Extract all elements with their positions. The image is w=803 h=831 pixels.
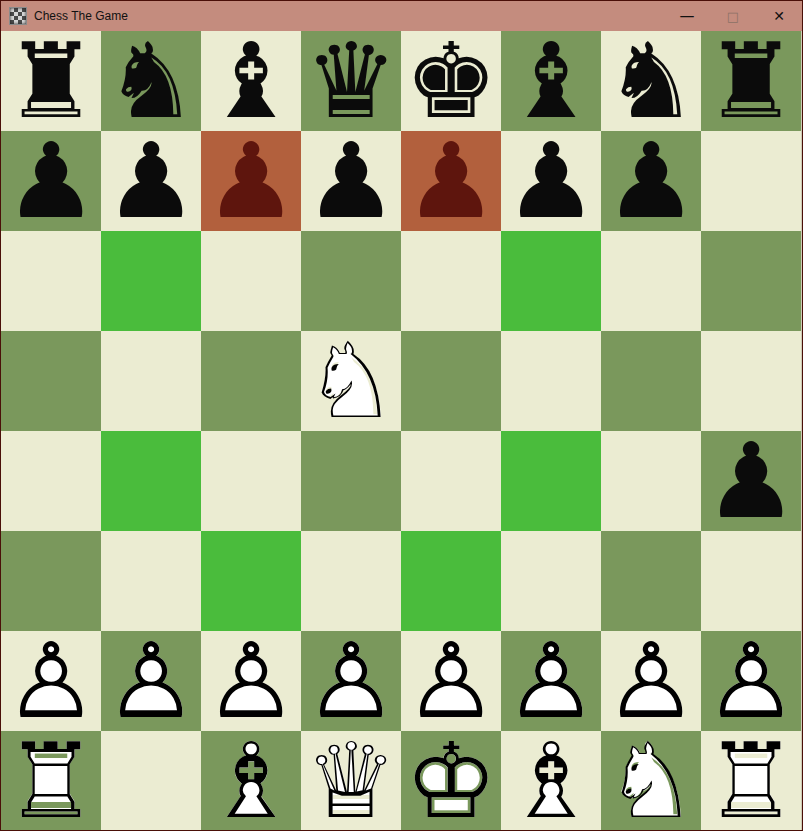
piece-black-pawn[interactable]: ♟: [601, 131, 701, 231]
piece-white-bishop[interactable]: ♝♗: [201, 731, 301, 830]
square-e1[interactable]: ♚♔: [401, 731, 501, 830]
square-c7[interactable]: ♟: [201, 131, 301, 231]
square-f5[interactable]: [501, 331, 601, 431]
piece-white-pawn[interactable]: ♟♙: [201, 631, 301, 731]
square-c5[interactable]: [201, 331, 301, 431]
rook-outline-glyph: ♖: [701, 731, 801, 830]
square-d1[interactable]: ♛♕: [301, 731, 401, 830]
square-d8[interactable]: ♛: [301, 31, 401, 131]
piece-black-pawn[interactable]: ♟: [101, 131, 201, 231]
square-d7[interactable]: ♟: [301, 131, 401, 231]
square-g1[interactable]: ♞♘: [601, 731, 701, 830]
title-bar[interactable]: Chess The Game — □ ✕: [1, 1, 802, 31]
square-f8[interactable]: ♝: [501, 31, 601, 131]
piece-black-queen[interactable]: ♛: [301, 31, 401, 131]
square-a6[interactable]: [1, 231, 101, 331]
square-c8[interactable]: ♝: [201, 31, 301, 131]
pawn-outline-glyph: ♙: [301, 631, 401, 731]
square-c4[interactable]: [201, 431, 301, 531]
piece-black-bishop[interactable]: ♝: [501, 31, 601, 131]
square-h3[interactable]: [701, 531, 801, 631]
square-g3[interactable]: [601, 531, 701, 631]
square-d4[interactable]: [301, 431, 401, 531]
piece-white-pawn[interactable]: ♟♙: [1, 631, 101, 731]
piece-black-bishop[interactable]: ♝: [201, 31, 301, 131]
piece-white-pawn[interactable]: ♟♙: [601, 631, 701, 731]
square-b1[interactable]: [101, 731, 201, 830]
piece-white-pawn[interactable]: ♟♙: [101, 631, 201, 731]
square-d5[interactable]: ♞♘: [301, 331, 401, 431]
pawn-outline-glyph: ♙: [401, 631, 501, 731]
square-a1[interactable]: ♜♖: [1, 731, 101, 830]
square-a8[interactable]: ♜: [1, 31, 101, 131]
chess-board: ♜♞♝♛♚♝♞♜♟♟♟♟♟♟♟♞♘♟♟♙♟♙♟♙♟♙♟♙♟♙♟♙♟♙♜♖♝♗♛♕…: [1, 31, 801, 830]
piece-black-pawn[interactable]: ♟: [401, 131, 501, 231]
square-h6[interactable]: [701, 231, 801, 331]
pawn-glyph: ♟: [101, 131, 201, 231]
board-area: ♜♞♝♛♚♝♞♜♟♟♟♟♟♟♟♞♘♟♟♙♟♙♟♙♟♙♟♙♟♙♟♙♟♙♜♖♝♗♛♕…: [1, 31, 802, 830]
square-a5[interactable]: [1, 331, 101, 431]
piece-white-pawn[interactable]: ♟♙: [701, 631, 801, 731]
queen-glyph: ♛: [301, 31, 401, 131]
piece-black-rook[interactable]: ♜: [701, 31, 801, 131]
square-h8[interactable]: ♜: [701, 31, 801, 131]
square-e7[interactable]: ♟: [401, 131, 501, 231]
rook-outline-glyph: ♖: [1, 731, 101, 830]
piece-white-king[interactable]: ♚♔: [401, 731, 501, 830]
pawn-glyph: ♟: [601, 131, 701, 231]
close-button[interactable]: ✕: [756, 1, 802, 31]
square-h5[interactable]: [701, 331, 801, 431]
piece-black-pawn[interactable]: ♟: [701, 431, 801, 531]
pawn-outline-glyph: ♙: [1, 631, 101, 731]
piece-white-pawn[interactable]: ♟♙: [401, 631, 501, 731]
rook-glyph: ♜: [1, 31, 101, 131]
square-c2[interactable]: ♟♙: [201, 631, 301, 731]
piece-black-pawn[interactable]: ♟: [301, 131, 401, 231]
square-a4[interactable]: [1, 431, 101, 531]
app-icon: [10, 8, 26, 24]
square-b5[interactable]: [101, 331, 201, 431]
square-f2[interactable]: ♟♙: [501, 631, 601, 731]
square-h1[interactable]: ♜♖: [701, 731, 801, 830]
knight-outline-glyph: ♘: [601, 731, 701, 830]
pawn-glyph: ♟: [701, 431, 801, 531]
square-a3[interactable]: [1, 531, 101, 631]
knight-outline-glyph: ♘: [301, 331, 401, 431]
square-d2[interactable]: ♟♙: [301, 631, 401, 731]
square-g5[interactable]: [601, 331, 701, 431]
pawn-glyph: ♟: [1, 131, 101, 231]
pawn-outline-glyph: ♙: [601, 631, 701, 731]
piece-white-queen[interactable]: ♛♕: [301, 731, 401, 830]
piece-black-pawn[interactable]: ♟: [501, 131, 601, 231]
square-g4[interactable]: [601, 431, 701, 531]
bishop-outline-glyph: ♗: [501, 731, 601, 830]
queen-outline-glyph: ♕: [301, 731, 401, 830]
square-e8[interactable]: ♚: [401, 31, 501, 131]
app-window: Chess The Game — □ ✕ ♜♞♝♛♚♝♞♜♟♟♟♟♟♟♟♞♘♟♟…: [0, 0, 803, 831]
square-h4[interactable]: ♟: [701, 431, 801, 531]
piece-black-pawn[interactable]: ♟: [1, 131, 101, 231]
square-f6[interactable]: [501, 231, 601, 331]
knight-glyph: ♞: [601, 31, 701, 131]
square-a7[interactable]: ♟: [1, 131, 101, 231]
square-g7[interactable]: ♟: [601, 131, 701, 231]
square-g6[interactable]: [601, 231, 701, 331]
pawn-outline-glyph: ♙: [701, 631, 801, 731]
square-e2[interactable]: ♟♙: [401, 631, 501, 731]
rook-glyph: ♜: [701, 31, 801, 131]
pawn-outline-glyph: ♙: [101, 631, 201, 731]
square-d3[interactable]: [301, 531, 401, 631]
piece-white-knight[interactable]: ♞♘: [301, 331, 401, 431]
square-b4[interactable]: [101, 431, 201, 531]
square-b7[interactable]: ♟: [101, 131, 201, 231]
square-e3[interactable]: [401, 531, 501, 631]
piece-white-rook[interactable]: ♜♖: [1, 731, 101, 830]
pawn-glyph: ♟: [401, 131, 501, 231]
square-b2[interactable]: ♟♙: [101, 631, 201, 731]
square-f4[interactable]: [501, 431, 601, 531]
square-e6[interactable]: [401, 231, 501, 331]
bishop-glyph: ♝: [501, 31, 601, 131]
knight-glyph: ♞: [101, 31, 201, 131]
square-d6[interactable]: [301, 231, 401, 331]
square-f3[interactable]: [501, 531, 601, 631]
square-a2[interactable]: ♟♙: [1, 631, 101, 731]
piece-black-rook[interactable]: ♜: [1, 31, 101, 131]
square-g2[interactable]: ♟♙: [601, 631, 701, 731]
king-glyph: ♚: [401, 31, 501, 131]
bishop-glyph: ♝: [201, 31, 301, 131]
piece-black-knight[interactable]: ♞: [601, 31, 701, 131]
square-e4[interactable]: [401, 431, 501, 531]
piece-white-rook[interactable]: ♜♖: [701, 731, 801, 830]
square-c3[interactable]: [201, 531, 301, 631]
king-outline-glyph: ♔: [401, 731, 501, 830]
minimize-button[interactable]: —: [664, 1, 710, 31]
pawn-outline-glyph: ♙: [201, 631, 301, 731]
square-h7[interactable]: [701, 131, 801, 231]
square-f1[interactable]: ♝♗: [501, 731, 601, 830]
pawn-outline-glyph: ♙: [501, 631, 601, 731]
window-controls: — □ ✕: [664, 1, 802, 31]
pawn-glyph: ♟: [201, 131, 301, 231]
piece-black-king[interactable]: ♚: [401, 31, 501, 131]
piece-white-knight[interactable]: ♞♘: [601, 731, 701, 830]
square-c1[interactable]: ♝♗: [201, 731, 301, 830]
bishop-outline-glyph: ♗: [201, 731, 301, 830]
pawn-glyph: ♟: [501, 131, 601, 231]
piece-white-pawn[interactable]: ♟♙: [301, 631, 401, 731]
square-c6[interactable]: [201, 231, 301, 331]
square-e5[interactable]: [401, 331, 501, 431]
square-b3[interactable]: [101, 531, 201, 631]
square-h2[interactable]: ♟♙: [701, 631, 801, 731]
square-g8[interactable]: ♞: [601, 31, 701, 131]
piece-white-bishop[interactable]: ♝♗: [501, 731, 601, 830]
maximize-button[interactable]: □: [710, 1, 756, 31]
square-f7[interactable]: ♟: [501, 131, 601, 231]
square-b8[interactable]: ♞: [101, 31, 201, 131]
piece-black-pawn[interactable]: ♟: [201, 131, 301, 231]
piece-black-knight[interactable]: ♞: [101, 31, 201, 131]
pawn-glyph: ♟: [301, 131, 401, 231]
window-title: Chess The Game: [34, 9, 128, 23]
piece-white-pawn[interactable]: ♟♙: [501, 631, 601, 731]
square-b6[interactable]: [101, 231, 201, 331]
